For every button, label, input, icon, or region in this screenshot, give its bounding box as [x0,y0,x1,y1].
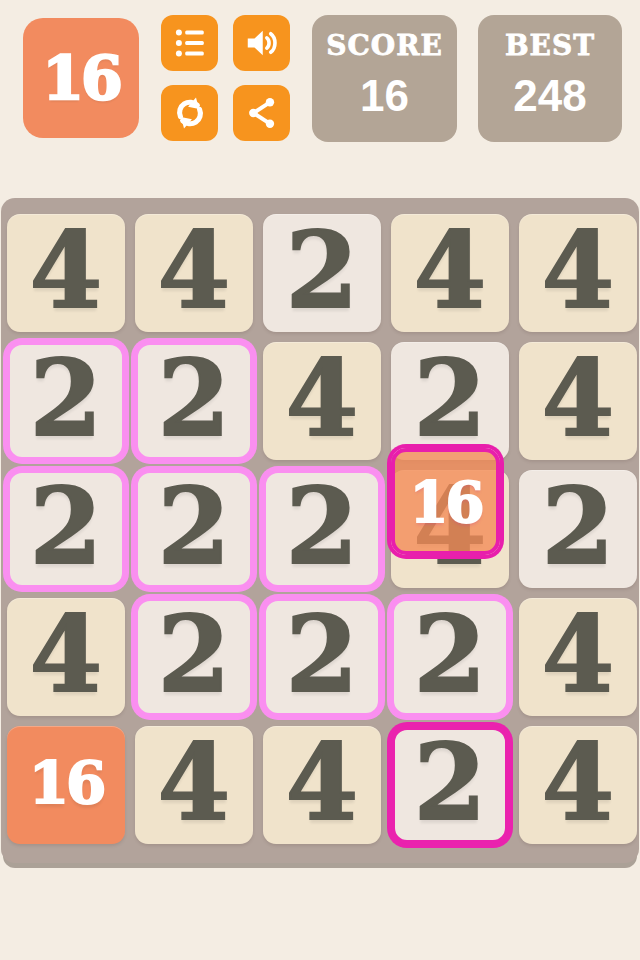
tile-r4c3[interactable]: 2 [263,598,381,716]
tile-r5c4[interactable]: 2 [391,726,509,844]
tile-r4c2[interactable]: 2 [135,598,253,716]
tile-value: 2 [286,219,358,323]
floating-merge-tile[interactable]: 16 [391,448,500,555]
sound-button[interactable] [233,15,290,71]
tile-r1c2[interactable]: 4 [135,214,253,332]
tile-r2c4[interactable]: 2 [391,342,509,460]
best-label: BEST [505,32,595,60]
tile-r1c3[interactable]: 2 [263,214,381,332]
tile-r4c5[interactable]: 4 [519,598,637,716]
tile-r1c4[interactable]: 4 [391,214,509,332]
tile-r5c2[interactable]: 4 [135,726,253,844]
tile-r3c5[interactable]: 2 [519,470,637,588]
tile-value: 4 [286,347,358,451]
tile-r3c3[interactable]: 2 [263,470,381,588]
tile-value: 4 [158,731,230,835]
floating-tile-value: 16 [410,474,482,530]
tile-value: 4 [542,347,614,451]
game-app: 16 [0,0,640,960]
tile-r2c1[interactable]: 2 [7,342,125,460]
tile-value: 4 [542,219,614,323]
tile-r5c1[interactable]: 16 [7,726,125,844]
tile-r2c2[interactable]: 2 [135,342,253,460]
best-value: 248 [513,74,586,118]
tile-r2c5[interactable]: 4 [519,342,637,460]
tile-value: 4 [30,603,102,707]
tile-r4c1[interactable]: 4 [7,598,125,716]
tile-value: 2 [286,475,358,579]
tile-value: 2 [542,475,614,579]
tile-r4c4[interactable]: 2 [391,598,509,716]
menu-button[interactable] [161,15,218,71]
tile-value: 4 [414,219,486,323]
tile-value: 4 [286,731,358,835]
max-tile-value: 16 [42,48,120,108]
tile-r5c5[interactable]: 4 [519,726,637,844]
tile-value: 2 [158,347,230,451]
tile-value: 4 [158,219,230,323]
score-label: SCORE [326,32,443,60]
tile-r1c5[interactable]: 4 [519,214,637,332]
share-button[interactable] [233,85,290,141]
score-value: 16 [360,74,409,118]
share-icon [244,95,280,131]
tile-r3c2[interactable]: 2 [135,470,253,588]
restart-button[interactable] [161,85,218,141]
tile-value: 4 [542,603,614,707]
refresh-icon [172,95,208,131]
tile-value: 2 [30,475,102,579]
score-box: SCORE 16 [312,15,457,142]
tile-r5c3[interactable]: 4 [263,726,381,844]
tile-value: 2 [414,603,486,707]
tile-r1c1[interactable]: 4 [7,214,125,332]
tile-r2c3[interactable]: 4 [263,342,381,460]
bullet-list-icon [172,25,208,61]
max-tile-badge: 16 [23,18,139,138]
tile-value: 2 [30,347,102,451]
best-box: BEST 248 [478,15,622,142]
tile-r3c1[interactable]: 2 [7,470,125,588]
tile-value: 2 [286,603,358,707]
tile-value: 4 [30,219,102,323]
speaker-icon [244,25,280,61]
tile-value: 16 [29,754,104,812]
tile-value: 2 [414,731,486,835]
tile-value: 2 [158,475,230,579]
tile-value: 2 [158,603,230,707]
tile-value: 4 [542,731,614,835]
game-board: 44244224242224242224164424 [1,198,639,863]
tile-value: 2 [414,347,486,451]
